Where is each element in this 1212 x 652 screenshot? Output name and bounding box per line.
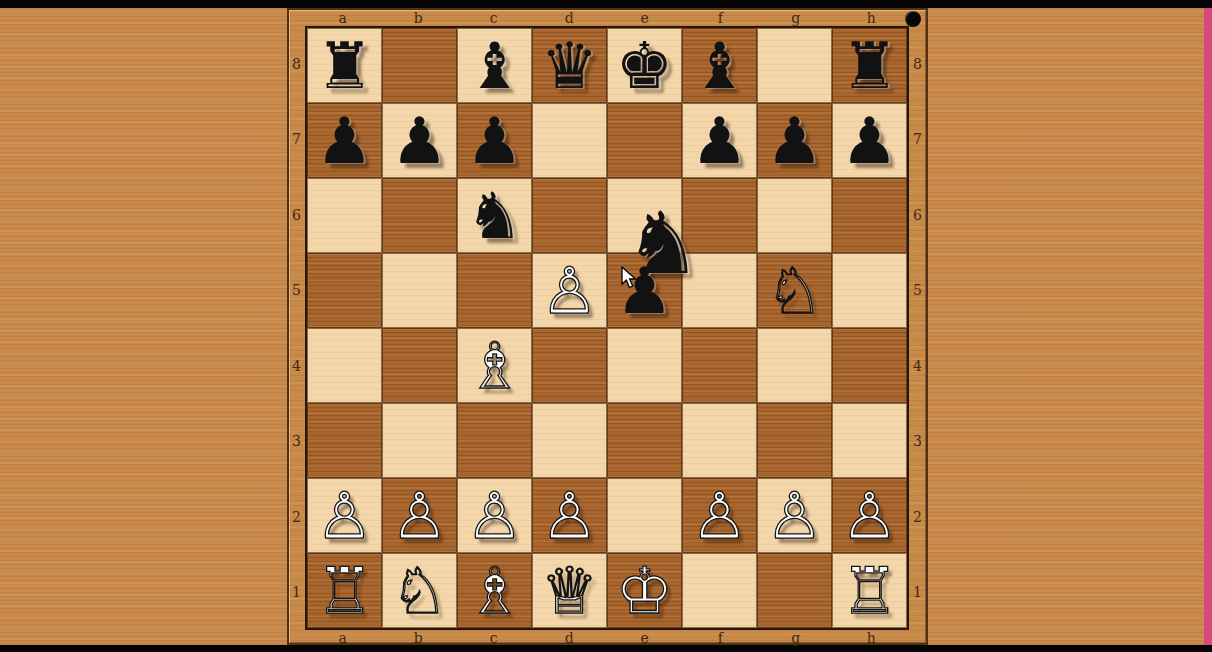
square-e4[interactable] (607, 328, 682, 403)
black-pawn-h7[interactable]: ♟ (841, 109, 898, 173)
white-pawn-d2[interactable]: ♙ (541, 484, 598, 548)
square-b1[interactable]: ♘ (382, 553, 457, 628)
file-label-a: a (305, 9, 381, 27)
square-d5[interactable]: ♙ (532, 253, 607, 328)
square-b2[interactable]: ♙ (382, 478, 457, 553)
square-e6[interactable] (607, 178, 682, 253)
square-g6[interactable] (757, 178, 832, 253)
square-c2[interactable]: ♙ (457, 478, 532, 553)
square-g7[interactable]: ♟ (757, 103, 832, 178)
file-label-c: c (456, 629, 532, 647)
file-label-f: f (683, 9, 759, 27)
rank-label-3: 3 (288, 404, 305, 480)
square-g8[interactable] (757, 28, 832, 103)
square-d1[interactable]: ♕ (532, 553, 607, 628)
file-label-e: e (607, 629, 683, 647)
square-e1[interactable]: ♔ (607, 553, 682, 628)
white-bishop-c4[interactable]: ♗ (466, 334, 523, 398)
white-pawn-f2[interactable]: ♙ (691, 484, 748, 548)
square-e8[interactable]: ♚ (607, 28, 682, 103)
black-pawn-a7[interactable]: ♟ (316, 109, 373, 173)
white-bishop-c1[interactable]: ♗ (466, 559, 523, 623)
rank-label-2: 2 (909, 479, 926, 555)
square-b8[interactable] (382, 28, 457, 103)
rank-labels-right: 87654321 (909, 26, 926, 630)
file-label-g: g (758, 9, 834, 27)
black-queen-d8[interactable]: ♛ (541, 34, 598, 98)
square-c4[interactable]: ♗ (457, 328, 532, 403)
file-label-a: a (305, 629, 381, 647)
white-pawn-h2[interactable]: ♙ (841, 484, 898, 548)
rank-label-6: 6 (909, 177, 926, 253)
rank-label-5: 5 (909, 253, 926, 329)
square-b3[interactable] (382, 403, 457, 478)
rank-label-1: 1 (288, 555, 305, 631)
rank-label-5: 5 (288, 253, 305, 329)
file-label-d: d (532, 9, 608, 27)
file-label-g: g (758, 629, 834, 647)
rank-label-1: 1 (909, 555, 926, 631)
white-pawn-c2[interactable]: ♙ (466, 484, 523, 548)
file-label-c: c (456, 9, 532, 27)
square-b5[interactable] (382, 253, 457, 328)
black-king-e8[interactable]: ♚ (616, 34, 673, 98)
square-d4[interactable] (532, 328, 607, 403)
square-c1[interactable]: ♗ (457, 553, 532, 628)
white-pawn-g2[interactable]: ♙ (766, 484, 823, 548)
square-d6[interactable] (532, 178, 607, 253)
right-edge-artifact (1204, 8, 1212, 645)
rank-labels-left: 87654321 (288, 26, 305, 630)
black-pawn-c7[interactable]: ♟ (466, 109, 523, 173)
rank-label-8: 8 (909, 26, 926, 102)
white-rook-h1[interactable]: ♖ (841, 559, 898, 623)
square-d7[interactable] (532, 103, 607, 178)
black-rook-a8[interactable]: ♜ (316, 34, 373, 98)
square-f6[interactable] (682, 178, 757, 253)
square-e2[interactable] (607, 478, 682, 553)
square-h6[interactable] (832, 178, 907, 253)
square-b4[interactable] (382, 328, 457, 403)
white-knight-g5[interactable]: ♘ (766, 259, 823, 323)
file-label-b: b (381, 9, 457, 27)
square-e3[interactable] (607, 403, 682, 478)
square-d8[interactable]: ♛ (532, 28, 607, 103)
square-a2[interactable]: ♙ (307, 478, 382, 553)
square-d2[interactable]: ♙ (532, 478, 607, 553)
white-king-e1[interactable]: ♔ (616, 559, 673, 623)
rank-label-8: 8 (288, 26, 305, 102)
square-h8[interactable]: ♜ (832, 28, 907, 103)
square-g3[interactable] (757, 403, 832, 478)
rank-label-4: 4 (909, 328, 926, 404)
square-h4[interactable] (832, 328, 907, 403)
black-pawn-f7[interactable]: ♟ (691, 109, 748, 173)
square-a5[interactable] (307, 253, 382, 328)
square-h3[interactable] (832, 403, 907, 478)
square-c5[interactable] (457, 253, 532, 328)
black-rook-h8[interactable]: ♜ (841, 34, 898, 98)
square-e5[interactable]: ♟ (607, 253, 682, 328)
square-b7[interactable]: ♟ (382, 103, 457, 178)
black-knight-c6[interactable]: ♞ (466, 184, 523, 248)
square-f7[interactable]: ♟ (682, 103, 757, 178)
rank-label-6: 6 (288, 177, 305, 253)
square-a1[interactable]: ♖ (307, 553, 382, 628)
square-f2[interactable]: ♙ (682, 478, 757, 553)
file-label-h: h (834, 9, 910, 27)
square-h7[interactable]: ♟ (832, 103, 907, 178)
square-a7[interactable]: ♟ (307, 103, 382, 178)
black-to-move-indicator (905, 11, 921, 27)
white-queen-d1[interactable]: ♕ (541, 559, 598, 623)
square-g2[interactable]: ♙ (757, 478, 832, 553)
rank-label-4: 4 (288, 328, 305, 404)
square-c3[interactable] (457, 403, 532, 478)
file-label-h: h (834, 629, 910, 647)
video-frame: abcdefgh abcdefgh 87654321 87654321 ♜♝♛♚… (0, 0, 1212, 652)
square-g1[interactable] (757, 553, 832, 628)
black-pawn-e5[interactable]: ♟ (616, 259, 673, 323)
square-h2[interactable]: ♙ (832, 478, 907, 553)
letterbox-top (0, 0, 1212, 8)
square-c8[interactable]: ♝ (457, 28, 532, 103)
rank-label-3: 3 (909, 404, 926, 480)
square-a3[interactable] (307, 403, 382, 478)
black-bishop-f8[interactable]: ♝ (691, 34, 748, 98)
square-a6[interactable] (307, 178, 382, 253)
square-f3[interactable] (682, 403, 757, 478)
square-g5[interactable]: ♘ (757, 253, 832, 328)
black-pawn-b7[interactable]: ♟ (391, 109, 448, 173)
square-c6[interactable]: ♞ (457, 178, 532, 253)
square-h1[interactable]: ♖ (832, 553, 907, 628)
square-c7[interactable]: ♟ (457, 103, 532, 178)
square-g4[interactable] (757, 328, 832, 403)
file-label-b: b (381, 629, 457, 647)
black-pawn-g7[interactable]: ♟ (766, 109, 823, 173)
rank-label-7: 7 (909, 102, 926, 178)
rank-label-7: 7 (288, 102, 305, 178)
file-labels-top: abcdefgh (305, 9, 909, 27)
square-f8[interactable]: ♝ (682, 28, 757, 103)
square-f4[interactable] (682, 328, 757, 403)
square-h5[interactable] (832, 253, 907, 328)
square-b6[interactable] (382, 178, 457, 253)
rank-label-2: 2 (288, 479, 305, 555)
white-pawn-d5[interactable]: ♙ (541, 259, 598, 323)
file-labels-bottom: abcdefgh (305, 629, 909, 647)
square-e7[interactable] (607, 103, 682, 178)
square-f1[interactable] (682, 553, 757, 628)
white-pawn-b2[interactable]: ♙ (391, 484, 448, 548)
square-f5[interactable] (682, 253, 757, 328)
file-label-e: e (607, 9, 683, 27)
board-grid[interactable]: ♜♝♛♚♝♜♟♟♟♟♟♟♞♙♟♘♗♙♙♙♙♙♙♙♖♘♗♕♔♖ (305, 26, 909, 630)
square-a4[interactable] (307, 328, 382, 403)
white-pawn-a2[interactable]: ♙ (316, 484, 373, 548)
white-knight-b1[interactable]: ♘ (391, 559, 448, 623)
white-rook-a1[interactable]: ♖ (316, 559, 373, 623)
black-bishop-c8[interactable]: ♝ (466, 34, 523, 98)
square-a8[interactable]: ♜ (307, 28, 382, 103)
file-label-f: f (683, 629, 759, 647)
square-d3[interactable] (532, 403, 607, 478)
file-label-d: d (532, 629, 608, 647)
